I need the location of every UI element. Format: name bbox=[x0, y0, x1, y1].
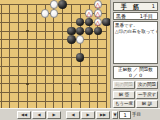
black-stone bbox=[76, 53, 85, 62]
menu-dropdown-icon[interactable]: ▼ bbox=[112, 111, 118, 120]
white-stone bbox=[50, 0, 59, 9]
problem-number: 1 bbox=[152, 3, 155, 10]
nav-prev-icon[interactable]: ◀ bbox=[32, 111, 46, 120]
white-stone-marked: △ bbox=[94, 0, 103, 9]
grid-line bbox=[0, 66, 107, 67]
message-line-2: △印の白石を取ってください。 bbox=[115, 29, 156, 34]
grid-line bbox=[0, 101, 107, 102]
black-stone bbox=[85, 27, 94, 36]
problem-title-box: 手 筋 1 bbox=[113, 2, 158, 11]
grid-line bbox=[0, 48, 107, 49]
score-value: 0 ／ 0 bbox=[114, 73, 157, 79]
next-problem-button[interactable]: 次の問題 bbox=[136, 81, 158, 89]
white-stone-marked: △ bbox=[85, 9, 94, 18]
triangle-mark-icon: △ bbox=[86, 10, 93, 17]
white-stone-marked: △ bbox=[94, 18, 103, 27]
white-stone-marked: △ bbox=[94, 9, 103, 18]
black-stone bbox=[67, 35, 76, 44]
nav-last-icon[interactable]: ▶▶ bbox=[96, 111, 110, 120]
move-number-label: 1手目 bbox=[140, 13, 153, 19]
black-stone bbox=[76, 27, 85, 36]
triangle-mark-icon: △ bbox=[95, 10, 102, 17]
move-counter-value[interactable]: 1 bbox=[119, 111, 131, 120]
bottom-toolbar: ◀◀ ◀ ▶ ◀ ▶ ▶▶ ▼ 1 手目 bbox=[0, 108, 160, 120]
message-line-1: 黒番です。 bbox=[115, 23, 156, 28]
white-stone bbox=[50, 9, 59, 18]
retry-button[interactable]: もう一度 bbox=[113, 100, 135, 108]
turn-box: 黒番 1手目 bbox=[113, 12, 158, 20]
white-stone bbox=[41, 9, 50, 18]
move-counter-label: 手目 bbox=[132, 111, 141, 119]
grid-line bbox=[0, 39, 107, 40]
black-stone bbox=[85, 18, 94, 27]
star-point bbox=[26, 30, 28, 32]
grid-line bbox=[0, 92, 107, 93]
grid-line bbox=[0, 75, 107, 76]
problem-title: 手 筋 bbox=[121, 3, 141, 10]
score-box: 正解数 ／ 問題数 0 ／ 0 bbox=[113, 66, 158, 79]
go-board[interactable]: △△△△ bbox=[0, 0, 110, 108]
undo-move-button[interactable]: 一手戻す bbox=[136, 91, 158, 99]
black-stone bbox=[67, 27, 76, 36]
nav-back-icon[interactable]: ◀ bbox=[66, 111, 80, 120]
black-stone bbox=[94, 27, 103, 36]
turn-label: 黒番 bbox=[116, 13, 126, 19]
star-point bbox=[26, 83, 28, 85]
side-panel: 手 筋 1 黒番 1手目 黒番です。 △印の白石を取ってください。 正解数 ／ … bbox=[110, 0, 160, 108]
triangle-mark-icon: △ bbox=[95, 19, 102, 26]
grid-line bbox=[0, 83, 107, 84]
message-box: 黒番です。 △印の白石を取ってください。 bbox=[113, 21, 158, 64]
black-stone bbox=[76, 18, 85, 27]
explain-button[interactable]: 解 説 bbox=[136, 100, 158, 108]
prev-problem-button[interactable]: 前の問題 bbox=[113, 81, 135, 89]
black-stone bbox=[58, 0, 67, 9]
nav-forward-icon[interactable]: ▶ bbox=[81, 111, 95, 120]
nav-next-icon[interactable]: ▶ bbox=[47, 111, 61, 120]
triangle-mark-icon: △ bbox=[95, 1, 102, 8]
nav-first-icon[interactable]: ◀◀ bbox=[17, 111, 31, 120]
app-window: △△△△ 手 筋 1 黒番 1手目 黒番です。 △印の白石を取ってください。 正… bbox=[0, 0, 160, 120]
answer-button[interactable]: 解 答 bbox=[113, 91, 135, 99]
grid-line bbox=[0, 57, 107, 58]
white-stone bbox=[76, 35, 85, 44]
